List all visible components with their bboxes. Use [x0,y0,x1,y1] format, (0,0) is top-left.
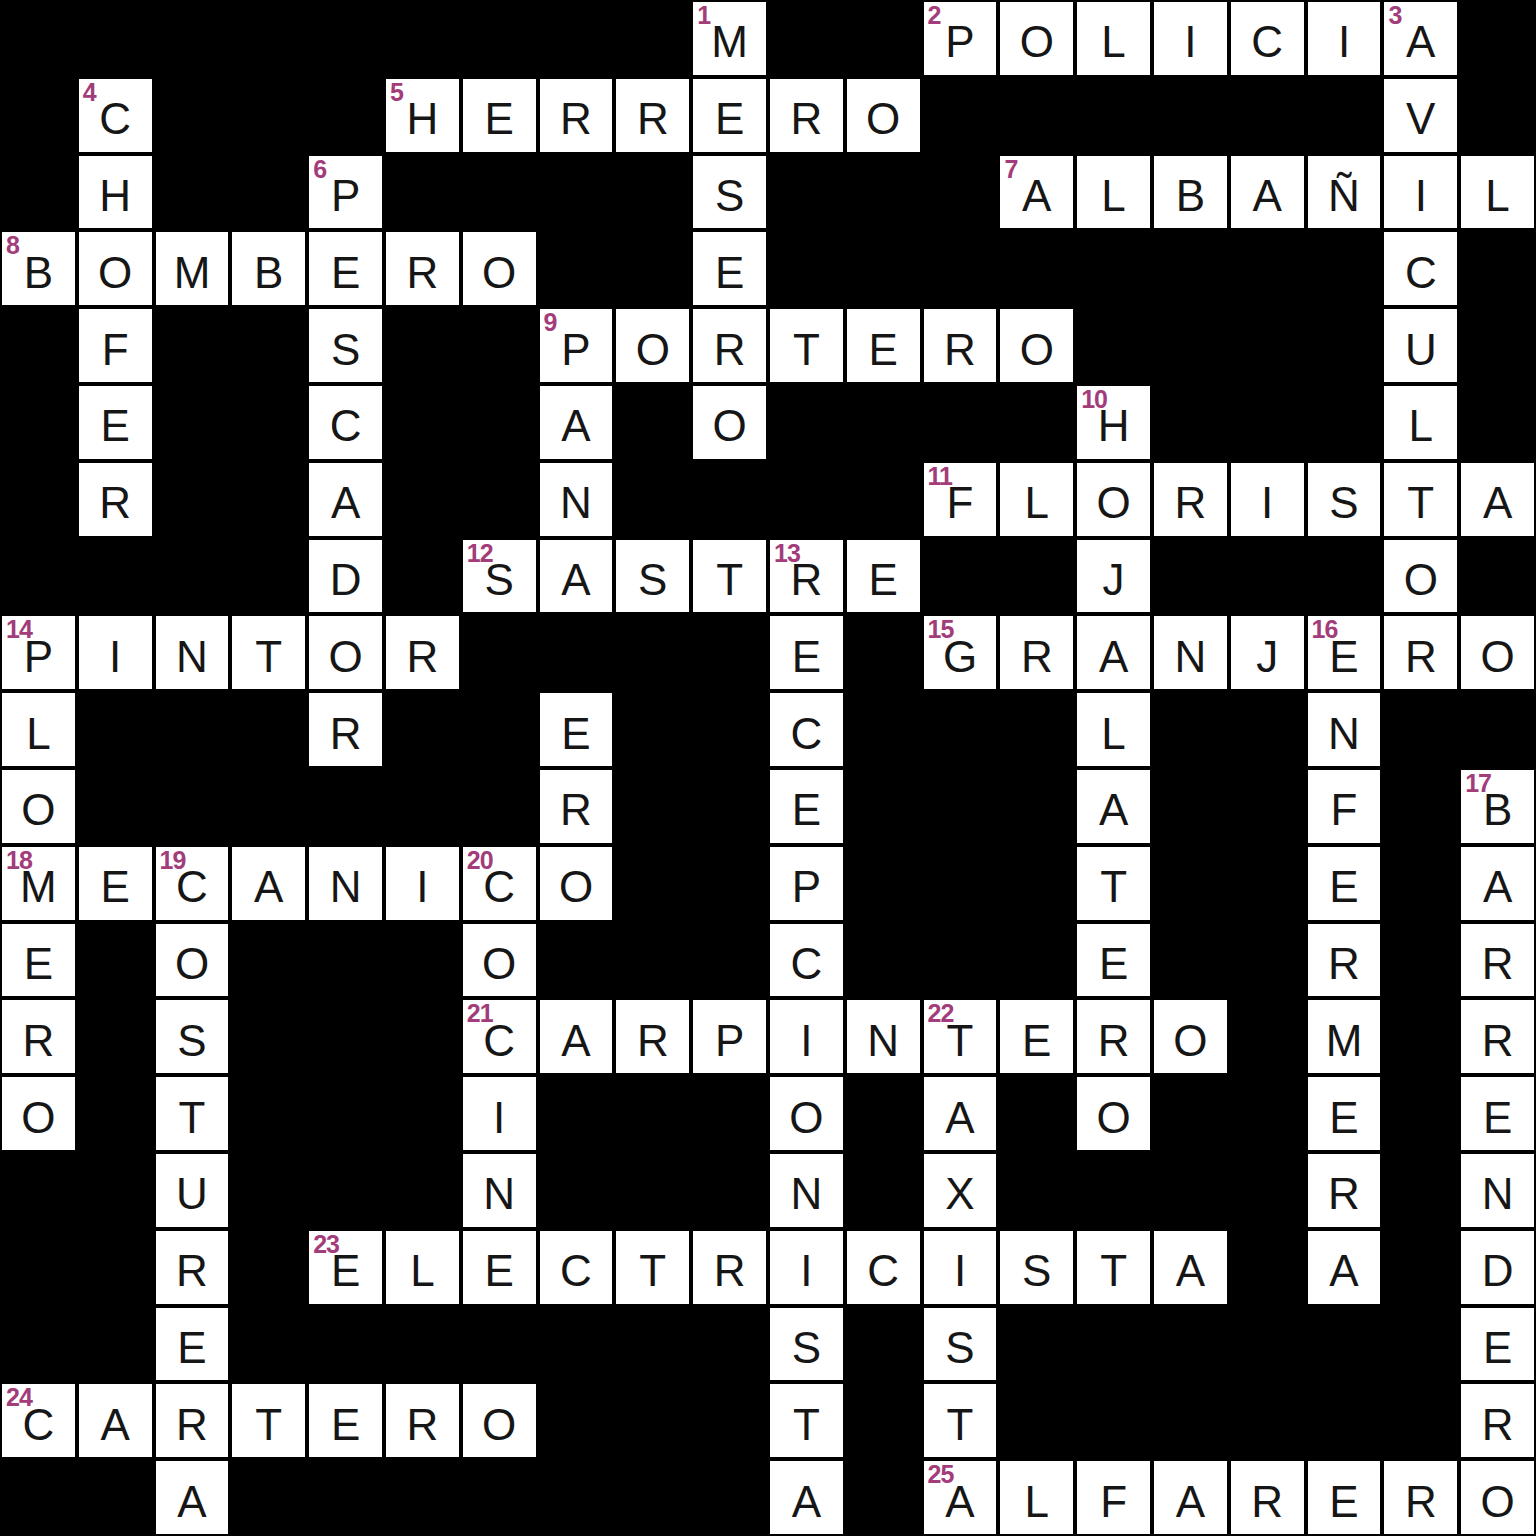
letter-cell[interactable]: O [154,922,231,999]
letter-cell[interactable]: J [1075,538,1152,615]
letter-cell[interactable]: D [307,538,384,615]
letter-cell[interactable]: A [768,1459,845,1536]
letter-cell[interactable]: C [845,1229,922,1306]
letter-cell[interactable]: R [384,230,461,307]
letter-cell[interactable]: 15G [922,614,999,691]
black-cell [691,614,768,691]
letter-cell[interactable]: O [1152,998,1229,1075]
black-cell [230,1306,307,1383]
letter-cell[interactable]: R [691,1229,768,1306]
letter-cell[interactable]: E [154,1306,231,1383]
letter-cell[interactable]: R [1075,998,1152,1075]
letter-cell[interactable]: E [77,845,154,922]
letter-cell[interactable]: E [1459,1075,1536,1152]
letter-cell[interactable]: O [538,845,615,922]
black-cell [77,768,154,845]
cell-letter: T [716,558,743,602]
cell-letter: O [636,328,670,372]
letter-cell[interactable]: 4C [77,77,154,154]
black-cell [230,77,307,154]
black-cell [154,384,231,461]
letter-cell[interactable]: C [1382,230,1459,307]
black-cell [0,1306,77,1383]
letter-cell[interactable]: A [77,1382,154,1459]
letter-cell[interactable]: O [845,77,922,154]
letter-cell[interactable]: E [538,691,615,768]
letter-cell[interactable]: R [538,768,615,845]
black-cell [998,768,1075,845]
letter-cell[interactable]: R [154,1229,231,1306]
letter-cell[interactable]: E [691,77,768,154]
letter-cell[interactable]: S [922,1306,999,1383]
black-cell [768,154,845,231]
letter-cell[interactable]: C [768,691,845,768]
letter-cell[interactable]: T [768,1382,845,1459]
letter-cell[interactable]: F [1075,1459,1152,1536]
black-cell [154,461,231,538]
black-cell [1306,384,1383,461]
letter-cell[interactable]: O [1459,614,1536,691]
letter-cell[interactable]: E [77,384,154,461]
letter-cell[interactable]: R [1459,998,1536,1075]
letter-cell[interactable]: R [614,998,691,1075]
letter-cell[interactable]: 13R [768,538,845,615]
letter-cell[interactable]: R [922,307,999,384]
letter-cell[interactable]: T [1075,845,1152,922]
black-cell [1382,1306,1459,1383]
cell-letter: T [1100,865,1127,909]
letter-cell[interactable]: P [691,998,768,1075]
letter-cell[interactable]: E [1306,1075,1383,1152]
black-cell [230,922,307,999]
letter-cell[interactable]: E [1075,922,1152,999]
black-cell [77,691,154,768]
black-cell [1229,77,1306,154]
letter-cell[interactable]: O [461,922,538,999]
cell-letter: S [638,558,667,602]
cell-letter: M [1326,1019,1363,1063]
letter-cell[interactable]: T [230,1382,307,1459]
letter-cell[interactable]: O [1459,1459,1536,1536]
letter-cell[interactable]: Ñ [1306,154,1383,231]
cell-letter: I [1338,20,1350,64]
letter-cell[interactable]: 18M [0,845,77,922]
cell-letter: M [711,20,748,64]
black-cell [230,154,307,231]
letter-cell[interactable]: R [1382,1459,1459,1536]
letter-cell[interactable]: T [691,538,768,615]
black-cell [845,1075,922,1152]
cell-letter: E [1483,1096,1512,1140]
black-cell [845,0,922,77]
black-cell [614,845,691,922]
letter-cell[interactable]: R [77,461,154,538]
cell-letter: O [1480,635,1514,679]
letter-cell[interactable]: I [384,845,461,922]
black-cell [998,538,1075,615]
cell-letter: P [715,1019,744,1063]
black-cell [307,1459,384,1536]
letter-cell[interactable]: E [998,998,1075,1075]
cell-letter: T [1100,1249,1127,1293]
cell-letter: C [23,1403,55,1447]
black-cell [307,77,384,154]
black-cell [307,768,384,845]
black-cell [77,1075,154,1152]
black-cell [0,154,77,231]
letter-cell[interactable]: L [998,1459,1075,1536]
letter-cell[interactable]: N [1306,691,1383,768]
black-cell [614,1382,691,1459]
clue-number: 6 [313,157,326,182]
letter-cell[interactable]: O [0,1075,77,1152]
letter-cell[interactable]: 3A [1382,0,1459,77]
letter-cell[interactable]: V [1382,77,1459,154]
black-cell [845,1152,922,1229]
cell-letter: C [791,942,823,986]
letter-cell[interactable]: A [1152,1459,1229,1536]
black-cell [922,154,999,231]
letter-cell[interactable]: 21C [461,998,538,1075]
letter-cell[interactable]: L [1075,0,1152,77]
black-cell [691,1075,768,1152]
letter-cell[interactable]: I [77,614,154,691]
letter-cell[interactable]: T [1382,461,1459,538]
black-cell [1306,77,1383,154]
cell-letter: N [330,865,362,909]
black-cell [1152,1382,1229,1459]
letter-cell[interactable]: I [768,1229,845,1306]
letter-cell[interactable]: U [1382,307,1459,384]
cell-letter: S [715,174,744,218]
black-cell [384,1306,461,1383]
letter-cell[interactable]: H [77,154,154,231]
black-cell [461,0,538,77]
letter-cell[interactable]: O [0,768,77,845]
letter-cell[interactable]: A [1152,1229,1229,1306]
letter-cell[interactable]: I [1152,0,1229,77]
black-cell [1152,1075,1229,1152]
letter-cell[interactable]: E [845,307,922,384]
black-cell [691,461,768,538]
letter-cell[interactable]: I [1306,0,1383,77]
black-cell [154,768,231,845]
letter-cell[interactable]: R [1459,1382,1536,1459]
cell-letter: E [561,712,590,756]
letter-cell[interactable]: F [77,307,154,384]
letter-cell[interactable]: P [768,845,845,922]
cell-letter: I [493,1096,505,1140]
letter-cell[interactable]: 24C [0,1382,77,1459]
letter-cell[interactable]: R [1152,461,1229,538]
cell-letter: S [177,1019,206,1063]
letter-cell[interactable]: E [307,1382,384,1459]
letter-cell[interactable]: X [922,1152,999,1229]
cell-letter: T [255,635,282,679]
letter-cell[interactable]: E [1306,1459,1383,1536]
black-cell [922,384,999,461]
letter-cell[interactable]: N [154,614,231,691]
letter-cell[interactable]: S [307,307,384,384]
black-cell [0,384,77,461]
letter-cell[interactable]: R [768,77,845,154]
letter-cell[interactable]: O [998,0,1075,77]
letter-cell[interactable]: I [461,1075,538,1152]
letter-cell[interactable]: E [1459,1306,1536,1383]
letter-cell[interactable]: A [538,384,615,461]
black-cell [230,1075,307,1152]
black-cell [230,0,307,77]
letter-cell[interactable]: N [1152,614,1229,691]
black-cell [691,1152,768,1229]
black-cell [0,77,77,154]
cell-letter: O [482,942,516,986]
letter-cell[interactable]: 17B [1459,768,1536,845]
letter-cell[interactable]: C [307,384,384,461]
letter-cell[interactable]: D [1459,1229,1536,1306]
black-cell [1306,1306,1383,1383]
letter-cell[interactable]: E [845,538,922,615]
letter-cell[interactable]: R [384,614,461,691]
cell-letter: E [331,1249,360,1293]
letter-cell[interactable]: O [77,230,154,307]
black-cell [538,1459,615,1536]
black-cell [998,845,1075,922]
letter-cell[interactable]: L [384,1229,461,1306]
black-cell [614,768,691,845]
letter-cell[interactable]: 7A [998,154,1075,231]
letter-cell[interactable]: M [154,230,231,307]
letter-cell[interactable]: T [922,1382,999,1459]
letter-cell[interactable]: S [691,154,768,231]
letter-cell[interactable]: S [1306,461,1383,538]
letter-cell[interactable]: O [1382,538,1459,615]
letter-cell[interactable]: L [1459,154,1536,231]
letter-cell[interactable]: 5H [384,77,461,154]
letter-cell[interactable]: R [384,1382,461,1459]
letter-cell[interactable]: 6P [307,154,384,231]
cell-letter: O [21,1096,55,1140]
black-cell [1306,538,1383,615]
letter-cell[interactable]: B [230,230,307,307]
letter-cell[interactable]: I [768,998,845,1075]
letter-cell[interactable]: 20C [461,845,538,922]
letter-cell[interactable]: R [1382,614,1459,691]
letter-cell[interactable]: R [307,691,384,768]
letter-cell[interactable]: R [538,77,615,154]
letter-cell[interactable]: 19C [154,845,231,922]
letter-cell[interactable]: R [614,77,691,154]
black-cell [1306,1382,1383,1459]
letter-cell[interactable]: 12S [461,538,538,615]
letter-cell[interactable]: A [154,1459,231,1536]
letter-cell[interactable]: R [691,307,768,384]
letter-cell[interactable]: A [1306,1229,1383,1306]
black-cell [77,922,154,999]
letter-cell[interactable]: 11F [922,461,999,538]
black-cell [1382,768,1459,845]
black-cell [230,1152,307,1229]
letter-cell[interactable]: B [1152,154,1229,231]
letter-cell[interactable]: 25A [922,1459,999,1536]
black-cell [230,998,307,1075]
letter-cell[interactable]: O [614,307,691,384]
letter-cell[interactable]: N [307,845,384,922]
letter-cell[interactable]: O [691,384,768,461]
black-cell [998,1075,1075,1152]
letter-cell[interactable]: C [538,1229,615,1306]
black-cell [384,461,461,538]
letter-cell[interactable]: O [461,230,538,307]
letter-cell[interactable]: M [1306,998,1383,1075]
black-cell [614,691,691,768]
letter-cell[interactable]: 22T [922,998,999,1075]
cell-letter: R [1482,1019,1514,1063]
letter-cell[interactable]: A [1075,768,1152,845]
black-cell [384,0,461,77]
letter-cell[interactable]: E [307,230,384,307]
letter-cell[interactable]: L [1382,384,1459,461]
letter-cell[interactable]: N [461,1152,538,1229]
letter-cell[interactable]: 2P [922,0,999,77]
letter-cell[interactable]: O [998,307,1075,384]
letter-cell[interactable]: E [1306,845,1383,922]
letter-cell[interactable]: N [845,998,922,1075]
letter-cell[interactable]: T [614,1229,691,1306]
letter-cell[interactable]: R [0,998,77,1075]
cell-letter: E [485,1249,514,1293]
black-cell [1075,230,1152,307]
letter-cell[interactable]: 16E [1306,614,1383,691]
cell-letter: L [410,1249,434,1293]
letter-cell[interactable]: S [768,1306,845,1383]
letter-cell[interactable]: A [230,845,307,922]
letter-cell[interactable]: R [1229,1459,1306,1536]
black-cell [0,538,77,615]
letter-cell[interactable]: U [154,1152,231,1229]
black-cell [154,691,231,768]
black-cell [922,538,999,615]
letter-cell[interactable]: J [1229,614,1306,691]
letter-cell[interactable]: T [1075,1229,1152,1306]
letter-cell[interactable]: S [998,1229,1075,1306]
black-cell [998,691,1075,768]
letter-cell[interactable]: R [1459,922,1536,999]
black-cell [1152,691,1229,768]
letter-cell[interactable]: 9P [538,307,615,384]
letter-cell[interactable]: T [230,614,307,691]
letter-cell[interactable]: A [922,1075,999,1152]
black-cell [538,154,615,231]
black-cell [384,922,461,999]
letter-cell[interactable]: 8B [0,230,77,307]
black-cell [691,1382,768,1459]
letter-cell[interactable]: O [461,1382,538,1459]
letter-cell[interactable]: C [1229,0,1306,77]
cell-letter: T [947,1403,974,1447]
letter-cell[interactable]: I [922,1229,999,1306]
letter-cell[interactable]: C [768,922,845,999]
letter-cell[interactable]: R [998,614,1075,691]
black-cell [691,1306,768,1383]
letter-cell[interactable]: A [538,998,615,1075]
letter-cell[interactable]: I [1382,154,1459,231]
cell-letter: S [331,328,360,372]
letter-cell[interactable]: O [1075,1075,1152,1152]
cell-letter: O [1404,558,1438,602]
letter-cell[interactable]: 1M [691,0,768,77]
letter-cell[interactable]: 23E [307,1229,384,1306]
letter-cell[interactable]: L [1075,691,1152,768]
cell-letter: R [944,328,976,372]
letter-cell[interactable]: L [998,461,1075,538]
letter-cell[interactable]: A [307,461,384,538]
letter-cell[interactable]: O [307,614,384,691]
letter-cell[interactable]: 10H [1075,384,1152,461]
black-cell [691,922,768,999]
cell-letter: I [800,1019,812,1063]
letter-cell[interactable]: E [461,77,538,154]
black-cell [691,1459,768,1536]
black-cell [0,1459,77,1536]
letter-cell[interactable]: A [1459,845,1536,922]
cell-letter: E [177,1326,206,1370]
cell-letter: A [101,1403,130,1447]
letter-cell[interactable]: S [614,538,691,615]
letter-cell[interactable]: N [1459,1152,1536,1229]
cell-letter: I [800,1249,812,1293]
letter-cell[interactable]: A [1075,614,1152,691]
letter-cell[interactable]: N [768,1152,845,1229]
letter-cell[interactable]: R [1306,1152,1383,1229]
cell-letter: L [1485,174,1509,218]
black-cell [691,768,768,845]
letter-cell[interactable]: S [154,998,231,1075]
letter-cell[interactable]: T [768,307,845,384]
letter-cell[interactable]: E [0,922,77,999]
letter-cell[interactable]: R [1306,922,1383,999]
letter-cell[interactable]: 14P [0,614,77,691]
cell-letter: R [714,328,746,372]
cell-letter: R [176,1403,208,1447]
letter-cell[interactable]: E [461,1229,538,1306]
cell-letter: C [1251,20,1283,64]
letter-cell[interactable]: E [691,230,768,307]
letter-cell[interactable]: A [1459,461,1536,538]
letter-cell[interactable]: F [1306,768,1383,845]
letter-cell[interactable]: R [154,1382,231,1459]
black-cell [1229,384,1306,461]
letter-cell[interactable]: A [1229,154,1306,231]
black-cell [614,1152,691,1229]
letter-cell[interactable]: L [0,691,77,768]
black-cell [384,1152,461,1229]
letter-cell[interactable]: I [1229,461,1306,538]
cell-letter: A [177,1480,206,1524]
letter-cell[interactable]: L [1075,154,1152,231]
letter-cell[interactable]: N [538,461,615,538]
letter-cell[interactable]: E [768,614,845,691]
cell-letter: E [1099,942,1128,986]
letter-cell[interactable]: E [768,768,845,845]
letter-cell[interactable]: A [538,538,615,615]
black-cell [768,384,845,461]
letter-cell[interactable]: O [768,1075,845,1152]
cell-letter: L [1101,20,1125,64]
letter-cell[interactable]: O [1075,461,1152,538]
letter-cell[interactable]: T [154,1075,231,1152]
black-cell [1229,1152,1306,1229]
